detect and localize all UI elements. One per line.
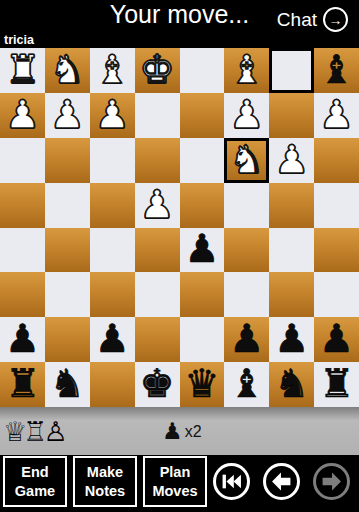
piece-bN: ♞ (274, 364, 309, 403)
square-g5[interactable] (45, 228, 90, 273)
square-f8[interactable] (90, 362, 135, 407)
square-f4[interactable] (90, 183, 135, 228)
piece-wK: ♚ (140, 50, 175, 89)
square-g6[interactable] (45, 272, 90, 317)
end-game-button[interactable]: End Game (3, 456, 67, 507)
square-d1[interactable] (180, 48, 225, 93)
square-d2[interactable] (180, 93, 225, 138)
piece-bP: ♟ (95, 319, 130, 358)
status-text: Your move... (110, 0, 249, 29)
square-f2[interactable]: ♟ (90, 93, 135, 138)
square-a5[interactable] (314, 228, 359, 273)
piece-bR: ♜ (5, 364, 40, 403)
square-g2[interactable]: ♟ (45, 93, 90, 138)
black-pawn-icon: ♟ (162, 420, 183, 443)
back-button[interactable] (263, 463, 300, 500)
captured-black-pawns: ♟ x2 (162, 420, 202, 443)
piece-bP: ♟ (184, 229, 219, 268)
captured-white-p-icon: ♙ (43, 418, 63, 445)
captured-white-pieces: ♕♖♙ (0, 418, 64, 445)
square-c4[interactable] (224, 183, 269, 228)
square-d8[interactable]: ♛ (180, 362, 225, 407)
square-a6[interactable] (314, 272, 359, 317)
square-a4[interactable] (314, 183, 359, 228)
square-e7[interactable] (135, 317, 180, 362)
piece-wB: ♝ (95, 50, 130, 89)
skip-to-start-button[interactable] (213, 463, 250, 500)
square-f6[interactable] (90, 272, 135, 317)
piece-bP: ♟ (229, 319, 264, 358)
captured-pieces-tray: ♕♖♙ ♟ x2 (0, 407, 359, 455)
square-g7[interactable] (45, 317, 90, 362)
square-e5[interactable] (135, 228, 180, 273)
piece-wN: ♞ (50, 50, 85, 89)
back-arrow-icon (271, 471, 292, 492)
make-notes-button[interactable]: Make Notes (73, 456, 137, 507)
piece-bP: ♟ (5, 319, 40, 358)
piece-wP: ♟ (140, 185, 175, 224)
square-h7[interactable]: ♟ (0, 317, 45, 362)
square-b8[interactable]: ♞ (269, 362, 314, 407)
square-f7[interactable]: ♟ (90, 317, 135, 362)
square-e4[interactable]: ♟ (135, 183, 180, 228)
skip-to-start-icon (221, 471, 242, 492)
square-a1[interactable]: ♝ (314, 48, 359, 93)
square-b2[interactable] (269, 93, 314, 138)
square-b7[interactable]: ♟ (269, 317, 314, 362)
square-g8[interactable]: ♞ (45, 362, 90, 407)
square-h5[interactable] (0, 228, 45, 273)
square-h4[interactable] (0, 183, 45, 228)
chat-button-label: Chat (277, 9, 317, 31)
piece-bB: ♝ (229, 364, 264, 403)
piece-wB: ♝ (229, 50, 264, 89)
piece-wP: ♟ (319, 95, 354, 134)
square-c6[interactable] (224, 272, 269, 317)
square-a2[interactable]: ♟ (314, 93, 359, 138)
square-h1[interactable]: ♜ (0, 48, 45, 93)
square-d5[interactable]: ♟ (180, 228, 225, 273)
square-e2[interactable] (135, 93, 180, 138)
square-h2[interactable]: ♟ (0, 93, 45, 138)
piece-bP: ♟ (319, 319, 354, 358)
square-c7[interactable]: ♟ (224, 317, 269, 362)
chess-board: ♜♞♝♚♝♝♟♟♟♟♟♞♟♟♟♟♟♟♟♟♜♞♚♛♝♞♜ (0, 48, 359, 407)
piece-bQ: ♛ (184, 364, 219, 403)
square-h3[interactable] (0, 138, 45, 183)
top-bar: Your move... Chat → (0, 0, 359, 33)
captured-white-r-icon: ♖ (23, 418, 43, 445)
square-c3[interactable]: ♞ (224, 138, 269, 183)
square-g4[interactable] (45, 183, 90, 228)
square-f1[interactable]: ♝ (90, 48, 135, 93)
square-d6[interactable] (180, 272, 225, 317)
square-f5[interactable] (90, 228, 135, 273)
square-e3[interactable] (135, 138, 180, 183)
piece-wP: ♟ (274, 140, 309, 179)
piece-wP: ♟ (229, 95, 264, 134)
piece-bN: ♞ (50, 364, 85, 403)
square-d4[interactable] (180, 183, 225, 228)
plan-moves-button[interactable]: Plan Moves (143, 456, 207, 507)
square-h8[interactable]: ♜ (0, 362, 45, 407)
square-d7[interactable] (180, 317, 225, 362)
square-c1[interactable]: ♝ (224, 48, 269, 93)
square-a8[interactable]: ♜ (314, 362, 359, 407)
piece-wN: ♞ (229, 140, 264, 179)
piece-wP: ♟ (95, 95, 130, 134)
piece-bB: ♝ (319, 50, 354, 89)
square-b1[interactable] (269, 48, 314, 93)
piece-bR: ♜ (319, 364, 354, 403)
square-a7[interactable]: ♟ (314, 317, 359, 362)
piece-bK: ♚ (140, 364, 175, 403)
piece-bP: ♟ (274, 319, 309, 358)
square-e6[interactable] (135, 272, 180, 317)
square-b6[interactable] (269, 272, 314, 317)
chat-button[interactable]: Chat → (271, 6, 354, 33)
square-b5[interactable] (269, 228, 314, 273)
forward-button[interactable] (313, 463, 350, 500)
square-e8[interactable]: ♚ (135, 362, 180, 407)
square-c8[interactable]: ♝ (224, 362, 269, 407)
captured-white-q-icon: ♕ (3, 418, 23, 445)
square-b4[interactable] (269, 183, 314, 228)
opponent-name: tricia (0, 33, 359, 48)
square-e1[interactable]: ♚ (135, 48, 180, 93)
square-b3[interactable]: ♟ (269, 138, 314, 183)
square-c5[interactable] (224, 228, 269, 273)
bottom-toolbar: End Game Make Notes Plan Moves (0, 455, 359, 512)
square-g1[interactable]: ♞ (45, 48, 90, 93)
forward-arrow-icon (321, 471, 342, 492)
piece-wP: ♟ (5, 95, 40, 134)
circle-arrow-right-icon: → (323, 7, 348, 32)
square-d3[interactable] (180, 138, 225, 183)
square-f3[interactable] (90, 138, 135, 183)
square-c2[interactable]: ♟ (224, 93, 269, 138)
piece-wR: ♜ (5, 50, 40, 89)
square-g3[interactable] (45, 138, 90, 183)
square-a3[interactable] (314, 138, 359, 183)
square-h6[interactable] (0, 272, 45, 317)
captured-count-label: x2 (185, 422, 202, 440)
piece-wP: ♟ (50, 95, 85, 134)
move-navigation (213, 463, 350, 500)
